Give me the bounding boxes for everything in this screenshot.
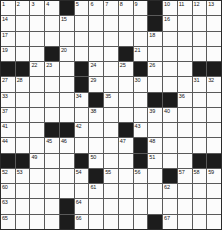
cell-r4c10[interactable]: 21 (134, 47, 148, 61)
clue-number-41: 41 (2, 123, 8, 130)
cell-r8c3[interactable] (30, 108, 44, 122)
cell-r14c8[interactable] (104, 199, 118, 213)
cell-r8c5[interactable] (60, 108, 74, 122)
cell-r14c4[interactable] (45, 199, 59, 213)
cell-r13c11[interactable] (148, 184, 162, 198)
cell-r11c12[interactable] (163, 154, 177, 168)
cell-r15c2[interactable] (16, 215, 30, 229)
cell-r9c10[interactable]: 43 (134, 123, 148, 137)
cell-r11c13[interactable] (178, 154, 192, 168)
cell-r2c6[interactable] (75, 16, 89, 30)
cell-r12c2[interactable]: 53 (16, 169, 30, 183)
cell-r9c11[interactable] (148, 123, 162, 137)
cell-r6c12[interactable] (163, 77, 177, 91)
cell-r5c12[interactable] (163, 62, 177, 76)
cell-r5c5[interactable] (60, 62, 74, 76)
clue-number-27: 27 (2, 77, 8, 84)
cell-r13c10[interactable] (134, 184, 148, 198)
cell-r13c9[interactable] (119, 184, 133, 198)
clue-number-28: 28 (17, 77, 23, 84)
cell-r8c15[interactable] (207, 108, 221, 122)
cell-r10c6[interactable] (75, 138, 89, 152)
clue-number-49: 49 (31, 154, 37, 161)
cell-r4c14[interactable] (193, 47, 207, 61)
cell-r10c5[interactable]: 46 (60, 138, 74, 152)
cell-r9c2[interactable] (16, 123, 30, 137)
black-cell-r11c1 (1, 154, 15, 168)
clue-number-32: 32 (208, 77, 214, 84)
cell-r8c2[interactable] (16, 108, 30, 122)
clue-number-35: 35 (105, 93, 111, 100)
cell-r13c15[interactable] (207, 184, 221, 198)
cell-r1c6[interactable]: 5 (75, 1, 89, 15)
black-cell-r2c11 (148, 16, 162, 30)
cell-r3c5[interactable] (60, 32, 74, 46)
cell-r1c10[interactable]: 9 (134, 1, 148, 15)
cell-r4c1[interactable]: 19 (1, 47, 15, 61)
cell-r12c15[interactable]: 59 (207, 169, 221, 183)
cell-r1c12[interactable]: 10 (163, 1, 177, 15)
black-cell-r12c7 (89, 169, 103, 183)
cell-r15c10[interactable] (134, 215, 148, 229)
cell-r13c7[interactable]: 61 (89, 184, 103, 198)
cell-r8c1[interactable]: 37 (1, 108, 15, 122)
clue-number-5: 5 (76, 1, 79, 8)
cell-r13c13[interactable] (178, 184, 192, 198)
cell-r15c1[interactable]: 65 (1, 215, 15, 229)
black-cell-r15c5 (60, 215, 74, 229)
clue-number-43: 43 (135, 123, 141, 130)
cell-r10c12[interactable] (163, 138, 177, 152)
clue-number-37: 37 (2, 108, 8, 115)
cell-r1c9[interactable]: 8 (119, 1, 133, 15)
clue-number-44: 44 (2, 138, 8, 145)
clue-number-31: 31 (194, 77, 200, 84)
cell-r13c2[interactable] (16, 184, 30, 198)
black-cell-r5c1 (1, 62, 15, 76)
cell-r15c4[interactable] (45, 215, 59, 229)
cell-r11c3[interactable]: 49 (30, 154, 44, 168)
cell-r12c8[interactable]: 55 (104, 169, 118, 183)
clue-number-40: 40 (164, 108, 170, 115)
cell-r12c10[interactable]: 56 (134, 169, 148, 183)
clue-number-25: 25 (120, 62, 126, 69)
clue-number-66: 66 (76, 215, 82, 222)
clue-number-22: 22 (31, 62, 37, 69)
cell-r1c8[interactable]: 7 (104, 1, 118, 15)
clue-number-21: 21 (135, 47, 141, 54)
black-cell-r1c5 (60, 1, 74, 15)
black-cell-r5c6 (75, 62, 89, 76)
cell-r12c4[interactable] (45, 169, 59, 183)
cell-r2c12[interactable]: 16 (163, 16, 177, 30)
black-cell-r4c9 (119, 47, 133, 61)
cell-r3c8[interactable] (104, 32, 118, 46)
cell-r7c1[interactable]: 33 (1, 93, 15, 107)
cell-r4c8[interactable] (104, 47, 118, 61)
cell-r5c8[interactable] (104, 62, 118, 76)
cell-r7c5[interactable] (60, 93, 74, 107)
clue-number-45: 45 (46, 138, 52, 145)
cell-r5c9[interactable]: 25 (119, 62, 133, 76)
cell-r8c14[interactable] (193, 108, 207, 122)
cell-r2c3[interactable] (30, 16, 44, 30)
cell-r8c8[interactable] (104, 108, 118, 122)
cell-r6c7[interactable]: 29 (89, 77, 103, 91)
cell-r15c3[interactable] (30, 215, 44, 229)
black-cell-r11c14 (193, 154, 207, 168)
cell-r4c7[interactable] (89, 47, 103, 61)
clue-number-33: 33 (2, 93, 8, 100)
cell-r8c7[interactable]: 38 (89, 108, 103, 122)
black-cell-r11c2 (16, 154, 30, 168)
cell-r14c3[interactable] (30, 199, 44, 213)
cell-r7c2[interactable] (16, 93, 30, 107)
cell-r4c11[interactable] (148, 47, 162, 61)
cell-r15c12[interactable]: 67 (163, 215, 177, 229)
cell-r8c4[interactable] (45, 108, 59, 122)
cell-r6c13[interactable] (178, 77, 192, 91)
clue-number-10: 10 (164, 1, 170, 8)
cell-r6c8[interactable] (104, 77, 118, 91)
cell-r2c2[interactable] (16, 16, 30, 30)
cell-r14c14[interactable] (193, 199, 207, 213)
black-cell-r10c10 (134, 138, 148, 152)
cell-r12c11[interactable] (148, 169, 162, 183)
clue-number-61: 61 (90, 184, 96, 191)
cell-r4c15[interactable] (207, 47, 221, 61)
cell-r10c1[interactable]: 44 (1, 138, 15, 152)
clue-number-3: 3 (31, 1, 34, 8)
cell-r8c6[interactable] (75, 108, 89, 122)
cell-r6c10[interactable]: 30 (134, 77, 148, 91)
black-cell-r5c10 (134, 62, 148, 76)
cell-r12c9[interactable] (119, 169, 133, 183)
cell-r10c8[interactable] (104, 138, 118, 152)
cell-r8c11[interactable]: 39 (148, 108, 162, 122)
cell-r2c7[interactable] (89, 16, 103, 30)
cell-r6c4[interactable] (45, 77, 59, 91)
cell-r15c6[interactable]: 66 (75, 215, 89, 229)
cell-r10c13[interactable] (178, 138, 192, 152)
cell-r4c13[interactable] (178, 47, 192, 61)
cell-r6c11[interactable] (148, 77, 162, 91)
cell-r9c7[interactable] (89, 123, 103, 137)
black-cell-r9c9 (119, 123, 133, 137)
cell-r4c5[interactable]: 20 (60, 47, 74, 61)
clue-number-29: 29 (90, 77, 96, 84)
cell-r7c13[interactable]: 36 (178, 93, 192, 107)
black-cell-r7c12 (163, 93, 177, 107)
clue-number-63: 63 (2, 199, 8, 206)
cell-r5c7[interactable]: 24 (89, 62, 103, 76)
black-cell-r4c4 (45, 47, 59, 61)
cell-r2c15[interactable] (207, 16, 221, 30)
cell-r3c3[interactable] (30, 32, 44, 46)
black-cell-r6c6 (75, 77, 89, 91)
black-cell-r15c11 (148, 215, 162, 229)
clue-number-9: 9 (135, 1, 138, 8)
cell-r6c15[interactable]: 32 (207, 77, 221, 91)
cell-r10c11[interactable]: 48 (148, 138, 162, 152)
clue-number-67: 67 (164, 215, 170, 222)
cell-r15c15[interactable] (207, 215, 221, 229)
cell-r7c8[interactable]: 35 (104, 93, 118, 107)
cell-r1c15[interactable]: 13 (207, 1, 221, 15)
cell-r13c6[interactable] (75, 184, 89, 198)
cell-r12c5[interactable] (60, 169, 74, 183)
cell-r7c10[interactable] (134, 93, 148, 107)
cell-r1c13[interactable]: 11 (178, 1, 192, 15)
black-cell-r7c11 (148, 93, 162, 107)
cell-r10c3[interactable] (30, 138, 44, 152)
clue-number-59: 59 (208, 169, 214, 176)
cell-r7c15[interactable] (207, 93, 221, 107)
cell-r10c7[interactable] (89, 138, 103, 152)
cell-r5c4[interactable]: 23 (45, 62, 59, 76)
black-cell-r11c10 (134, 154, 148, 168)
clue-number-16: 16 (164, 16, 170, 23)
black-cell-r12c12 (163, 169, 177, 183)
cell-r2c13[interactable] (178, 16, 192, 30)
clue-number-1: 1 (2, 1, 5, 8)
black-cell-r9c4 (45, 123, 59, 137)
black-cell-r9c5 (60, 123, 74, 137)
cell-r2c4[interactable] (45, 16, 59, 30)
cell-r8c9[interactable] (119, 108, 133, 122)
clue-number-2: 2 (17, 1, 20, 8)
black-cell-r14c5 (60, 199, 74, 213)
clue-number-18: 18 (149, 32, 155, 39)
clue-number-47: 47 (120, 138, 126, 145)
cell-r3c15[interactable] (207, 32, 221, 46)
cell-r11c9[interactable] (119, 154, 133, 168)
cell-r1c7[interactable]: 6 (89, 1, 103, 15)
cell-r15c8[interactable] (104, 215, 118, 229)
cell-r15c14[interactable] (193, 215, 207, 229)
clue-number-38: 38 (90, 108, 96, 115)
cell-r14c6[interactable]: 64 (75, 199, 89, 213)
cell-r4c12[interactable] (163, 47, 177, 61)
cell-r13c1[interactable]: 60 (1, 184, 15, 198)
cell-r6c3[interactable] (30, 77, 44, 91)
clue-number-57: 57 (179, 169, 185, 176)
clue-number-26: 26 (149, 62, 155, 69)
cell-r14c15[interactable] (207, 199, 221, 213)
clue-number-55: 55 (105, 169, 111, 176)
cell-r2c10[interactable] (134, 16, 148, 30)
clue-number-36: 36 (179, 93, 185, 100)
cell-r9c3[interactable] (30, 123, 44, 137)
cell-r10c15[interactable] (207, 138, 221, 152)
cell-r13c3[interactable] (30, 184, 44, 198)
clue-number-12: 12 (194, 1, 200, 8)
cell-r12c6[interactable]: 54 (75, 169, 89, 183)
cell-r14c2[interactable] (16, 199, 30, 213)
cell-r1c2[interactable]: 2 (16, 1, 30, 15)
black-cell-r1c11 (148, 1, 162, 15)
cell-r6c9[interactable] (119, 77, 133, 91)
clue-number-8: 8 (120, 1, 123, 8)
cell-r14c7[interactable] (89, 199, 103, 213)
cell-r4c6[interactable] (75, 47, 89, 61)
cell-r13c14[interactable] (193, 184, 207, 198)
cell-r11c5[interactable] (60, 154, 74, 168)
cell-r7c14[interactable] (193, 93, 207, 107)
cell-r5c13[interactable] (178, 62, 192, 76)
clue-number-13: 13 (208, 1, 214, 8)
clue-number-48: 48 (149, 138, 155, 145)
clue-number-46: 46 (61, 138, 67, 145)
cell-r13c4[interactable] (45, 184, 59, 198)
black-cell-r5c2 (16, 62, 30, 76)
cell-r10c4[interactable]: 45 (45, 138, 59, 152)
black-cell-r5c14 (193, 62, 207, 76)
cell-r13c12[interactable]: 62 (163, 184, 177, 198)
black-cell-r7c7 (89, 93, 103, 107)
cell-r9c8[interactable] (104, 123, 118, 137)
cell-r7c6[interactable]: 34 (75, 93, 89, 107)
clue-number-58: 58 (194, 169, 200, 176)
cell-r6c5[interactable] (60, 77, 74, 91)
cell-r1c4[interactable]: 4 (45, 1, 59, 15)
clue-number-42: 42 (76, 123, 82, 130)
clue-number-23: 23 (46, 62, 52, 69)
cell-r6c2[interactable]: 28 (16, 77, 30, 91)
cell-r5c3[interactable]: 22 (30, 62, 44, 76)
clue-number-53: 53 (17, 169, 23, 176)
cell-r11c8[interactable] (104, 154, 118, 168)
clue-number-39: 39 (149, 108, 155, 115)
cell-r9c13[interactable] (178, 123, 192, 137)
clue-number-19: 19 (2, 47, 8, 54)
cell-r14c12[interactable] (163, 199, 177, 213)
cell-r11c7[interactable]: 50 (89, 154, 103, 168)
cell-r8c10[interactable] (134, 108, 148, 122)
clue-number-52: 52 (2, 169, 8, 176)
cell-r7c4[interactable] (45, 93, 59, 107)
cell-r12c14[interactable]: 58 (193, 169, 207, 183)
cell-r12c13[interactable]: 57 (178, 169, 192, 183)
clue-number-56: 56 (135, 169, 141, 176)
clue-number-51: 51 (149, 154, 155, 161)
cell-r3c12[interactable] (163, 32, 177, 46)
black-cell-r11c6 (75, 154, 89, 168)
black-cell-r11c15 (207, 154, 221, 168)
cell-r12c3[interactable] (30, 169, 44, 183)
cell-r14c1[interactable]: 63 (1, 199, 15, 213)
clue-number-7: 7 (105, 1, 108, 8)
cell-r3c6[interactable] (75, 32, 89, 46)
cell-r15c7[interactable] (89, 215, 103, 229)
cell-r4c3[interactable] (30, 47, 44, 61)
clue-number-4: 4 (46, 1, 49, 8)
clue-number-64: 64 (76, 199, 82, 206)
cell-r14c10[interactable] (134, 199, 148, 213)
clue-number-50: 50 (90, 154, 96, 161)
clue-number-11: 11 (179, 1, 184, 8)
clue-number-6: 6 (90, 1, 93, 8)
clue-number-24: 24 (90, 62, 96, 69)
crossword-grid: 1234567891011121314151617181920212223242… (0, 0, 222, 230)
cell-r2c5[interactable]: 15 (60, 16, 74, 30)
clue-number-30: 30 (135, 77, 141, 84)
clue-number-60: 60 (2, 184, 8, 191)
cell-r11c11[interactable]: 51 (148, 154, 162, 168)
cell-r3c13[interactable] (178, 32, 192, 46)
cell-r9c15[interactable] (207, 123, 221, 137)
cell-r1c3[interactable]: 3 (30, 1, 44, 15)
cell-r2c9[interactable] (119, 16, 133, 30)
cell-r14c9[interactable] (119, 199, 133, 213)
cell-r1c14[interactable]: 12 (193, 1, 207, 15)
cell-r4c2[interactable] (16, 47, 30, 61)
clue-number-62: 62 (164, 184, 170, 191)
cell-r14c11[interactable] (148, 199, 162, 213)
cell-r3c1[interactable]: 17 (1, 32, 15, 46)
cell-r10c2[interactable] (16, 138, 30, 152)
cell-r3c14[interactable] (193, 32, 207, 46)
cell-r7c9[interactable] (119, 93, 133, 107)
cell-r3c10[interactable] (134, 32, 148, 46)
clue-number-17: 17 (2, 32, 8, 39)
cell-r9c12[interactable] (163, 123, 177, 137)
cell-r3c9[interactable] (119, 32, 133, 46)
clue-number-20: 20 (61, 47, 67, 54)
clue-number-14: 14 (2, 16, 8, 23)
black-cell-r5c15 (207, 62, 221, 76)
cell-r13c5[interactable] (60, 184, 74, 198)
cell-r1c1[interactable]: 1 (1, 1, 15, 15)
cell-r8c12[interactable]: 40 (163, 108, 177, 122)
cell-r9c1[interactable]: 41 (1, 123, 15, 137)
cell-r13c8[interactable] (104, 184, 118, 198)
cell-r12c1[interactable]: 52 (1, 169, 15, 183)
cell-r8c13[interactable] (178, 108, 192, 122)
cell-r2c1[interactable]: 14 (1, 16, 15, 30)
cell-r6c14[interactable]: 31 (193, 77, 207, 91)
cell-r11c4[interactable] (45, 154, 59, 168)
cell-r3c4[interactable] (45, 32, 59, 46)
clue-number-65: 65 (2, 215, 8, 222)
cell-r3c2[interactable] (16, 32, 30, 46)
cell-r15c13[interactable] (178, 215, 192, 229)
cell-r15c9[interactable] (119, 215, 133, 229)
clue-number-34: 34 (76, 93, 82, 100)
clue-number-54: 54 (76, 169, 82, 176)
cell-r2c8[interactable] (104, 16, 118, 30)
cell-r3c11[interactable]: 18 (148, 32, 162, 46)
cell-r9c14[interactable] (193, 123, 207, 137)
cell-r10c14[interactable] (193, 138, 207, 152)
cell-r3c7[interactable] (89, 32, 103, 46)
cell-r5c11[interactable]: 26 (148, 62, 162, 76)
cell-r2c14[interactable] (193, 16, 207, 30)
cell-r14c13[interactable] (178, 199, 192, 213)
cell-r6c1[interactable]: 27 (1, 77, 15, 91)
cell-r10c9[interactable]: 47 (119, 138, 133, 152)
clue-number-15: 15 (61, 16, 67, 23)
cell-r7c3[interactable] (30, 93, 44, 107)
cell-r9c6[interactable]: 42 (75, 123, 89, 137)
